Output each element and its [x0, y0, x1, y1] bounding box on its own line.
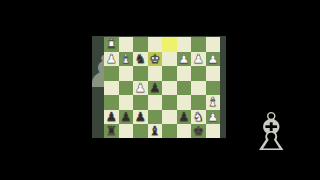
white-pawn[interactable]: ♟ [207, 53, 218, 66]
square-c6[interactable] [177, 95, 192, 110]
white-king[interactable]: ♚ [149, 53, 160, 66]
square-d7[interactable] [162, 110, 177, 125]
black-pawn[interactable]: ♟ [149, 82, 160, 95]
square-b8[interactable]: ♚ [191, 124, 206, 138]
square-f6[interactable] [133, 95, 148, 110]
bishop-silhouette-icon: ♗ [248, 106, 295, 158]
square-a4[interactable] [206, 66, 221, 81]
square-b6[interactable] [191, 95, 206, 110]
square-g3[interactable]: ♝ [119, 52, 134, 67]
square-e4[interactable] [148, 66, 163, 81]
square-f2[interactable] [133, 37, 148, 52]
square-f4[interactable] [133, 66, 148, 81]
square-c7[interactable]: ♟ [177, 110, 192, 125]
square-f8[interactable] [133, 124, 148, 138]
square-g4[interactable] [119, 66, 134, 81]
square-a6[interactable]: ♝ [206, 95, 221, 110]
white-pawn[interactable]: ♟ [178, 53, 189, 66]
chess-app-background: ♟ ♜♟♝♞♚♟♟♟♟♟♝♟♟♟♟♞♟♜♝♚ [92, 36, 226, 138]
black-knight[interactable]: ♞ [135, 53, 146, 66]
square-e5[interactable]: ♟ [148, 81, 163, 96]
square-d4[interactable] [162, 66, 177, 81]
square-h5[interactable] [104, 81, 119, 96]
white-pawn[interactable]: ♟ [193, 53, 204, 66]
black-bishop[interactable]: ♝ [149, 125, 160, 138]
square-g8[interactable] [119, 124, 134, 138]
square-h2[interactable]: ♜ [104, 37, 119, 52]
white-bishop[interactable]: ♝ [120, 53, 131, 66]
square-g6[interactable] [119, 95, 134, 110]
square-d3[interactable] [162, 52, 177, 67]
square-f3[interactable]: ♞ [133, 52, 148, 67]
white-pawn[interactable]: ♟ [207, 111, 218, 124]
square-f5[interactable]: ♟ [133, 81, 148, 96]
square-d8[interactable] [162, 124, 177, 138]
square-c5[interactable] [177, 81, 192, 96]
square-g2[interactable] [119, 37, 134, 52]
square-h4[interactable] [104, 66, 119, 81]
square-a3[interactable]: ♟ [206, 52, 221, 67]
black-pawn[interactable]: ♟ [106, 111, 117, 124]
square-e7[interactable] [148, 110, 163, 125]
white-bishop[interactable]: ♝ [207, 96, 218, 109]
square-d6[interactable] [162, 95, 177, 110]
square-a7[interactable]: ♟ [206, 110, 221, 125]
square-h7[interactable]: ♟ [104, 110, 119, 125]
white-pawn[interactable]: ♟ [106, 53, 117, 66]
square-e3[interactable]: ♚ [148, 52, 163, 67]
white-knight[interactable]: ♞ [193, 111, 204, 124]
white-rook[interactable]: ♜ [106, 38, 117, 51]
black-pawn[interactable]: ♟ [135, 111, 146, 124]
square-b5[interactable] [191, 81, 206, 96]
square-e6[interactable] [148, 95, 163, 110]
square-g5[interactable] [119, 81, 134, 96]
square-c3[interactable]: ♟ [177, 52, 192, 67]
black-king[interactable]: ♚ [193, 125, 204, 138]
black-rook[interactable]: ♜ [106, 125, 117, 138]
square-b7[interactable]: ♞ [191, 110, 206, 125]
square-d2[interactable] [162, 37, 177, 52]
square-b4[interactable] [191, 66, 206, 81]
square-h8[interactable]: ♜ [104, 124, 119, 138]
square-f7[interactable]: ♟ [133, 110, 148, 125]
square-c2[interactable] [177, 37, 192, 52]
video-frame: ♟ ♜♟♝♞♚♟♟♟♟♟♝♟♟♟♟♞♟♜♝♚ ♗ [0, 0, 320, 180]
square-h3[interactable]: ♟ [104, 52, 119, 67]
square-g7[interactable]: ♟ [119, 110, 134, 125]
black-pawn[interactable]: ♟ [120, 111, 131, 124]
square-e8[interactable]: ♝ [148, 124, 163, 138]
square-b3[interactable]: ♟ [191, 52, 206, 67]
square-d5[interactable] [162, 81, 177, 96]
square-b2[interactable] [191, 37, 206, 52]
square-a2[interactable] [206, 37, 221, 52]
black-pawn[interactable]: ♟ [178, 111, 189, 124]
square-e2[interactable] [148, 37, 163, 52]
square-c8[interactable] [177, 124, 192, 138]
white-pawn[interactable]: ♟ [135, 82, 146, 95]
square-h6[interactable] [104, 95, 119, 110]
chess-board: ♜♟♝♞♚♟♟♟♟♟♝♟♟♟♟♞♟♜♝♚ [104, 37, 220, 138]
square-a5[interactable] [206, 81, 221, 96]
square-c4[interactable] [177, 66, 192, 81]
square-a8[interactable] [206, 124, 221, 138]
